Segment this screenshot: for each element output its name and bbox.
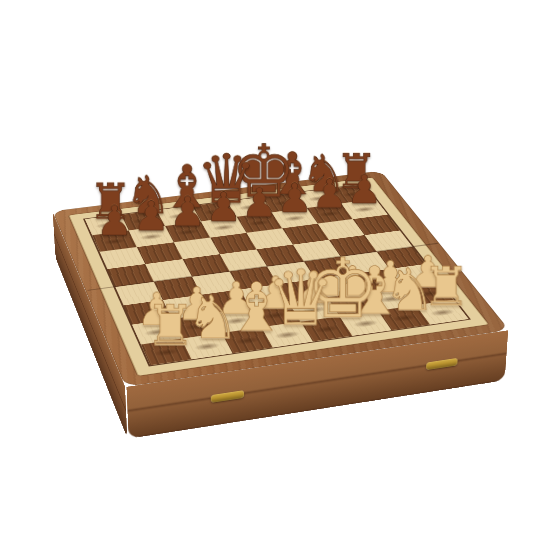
brass-clasp-icon: [426, 357, 458, 369]
piece-black-rook: ♜: [88, 177, 125, 224]
piece-black-knight: ♞: [124, 170, 161, 220]
product-photo-scene: ♜♞♝♛♚♝♞♜♟♟♟♟♟♟♟♟♟♟♟♟♟♟♟♟♜♞♝♛♚♝♞♜: [0, 0, 533, 533]
brass-hinge-icon: [210, 390, 243, 403]
chess-board: ♜♞♝♛♚♝♞♜♟♟♟♟♟♟♟♟♟♟♟♟♟♟♟♟♜♞♝♛♚♝♞♜: [52, 170, 509, 386]
piece-black-rook: ♜: [334, 148, 370, 193]
square-g2: ♟: [365, 286, 416, 310]
